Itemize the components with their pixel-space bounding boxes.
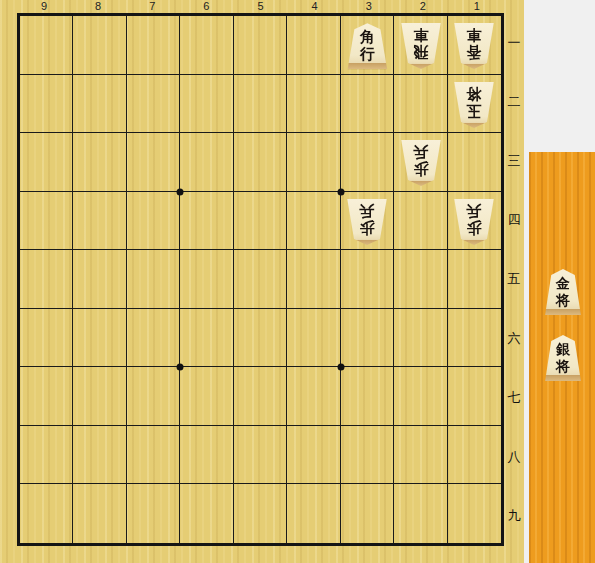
board-square-2九[interactable] [394,484,447,543]
board-square-2二[interactable] [394,75,447,134]
board-square-2四[interactable] [394,192,447,251]
piece-kanji: 玉 将 [467,85,482,119]
piece-kanji: 歩 兵 [413,143,428,177]
board-square-3五[interactable] [341,250,394,309]
board-square-6八[interactable] [180,426,233,485]
board-square-5七[interactable] [234,367,287,426]
board-square-9二[interactable] [20,75,73,134]
board-square-2六[interactable] [394,309,447,368]
board-square-8七[interactable] [73,367,126,426]
board-square-9四[interactable] [20,192,73,251]
board-square-6三[interactable] [180,133,233,192]
piece-kanji: 角 行 [360,29,375,63]
board-square-1七[interactable] [448,367,501,426]
file-label-2: 2 [396,0,450,13]
board-square-1五[interactable] [448,250,501,309]
board-square-7一[interactable] [127,16,180,75]
board-square-1六[interactable] [448,309,501,368]
file-label-7: 7 [125,0,179,13]
sente-hand-piece-銀将[interactable]: 銀 将 [544,335,582,381]
board-square-6一[interactable] [180,16,233,75]
board-square-8四[interactable] [73,192,126,251]
rank-coordinate-labels: 一二三四五六七八九 [504,13,524,546]
board-square-6七[interactable] [180,367,233,426]
board-square-9一[interactable] [20,16,73,75]
board-square-4一[interactable] [287,16,340,75]
board-square-9五[interactable] [20,250,73,309]
board-square-9八[interactable] [20,426,73,485]
rank-label-6: 六 [504,309,524,368]
board-square-6五[interactable] [180,250,233,309]
board-square-3三[interactable] [341,133,394,192]
sente-hand-piece-金将[interactable]: 金 将 [544,269,582,315]
file-label-9: 9 [17,0,71,13]
board-square-6六[interactable] [180,309,233,368]
board-square-4九[interactable] [287,484,340,543]
board-square-8一[interactable] [73,16,126,75]
board-square-3九[interactable] [341,484,394,543]
board-square-8六[interactable] [73,309,126,368]
board-square-9七[interactable] [20,367,73,426]
board-square-3二[interactable] [341,75,394,134]
file-label-3: 3 [342,0,396,13]
star-point [177,188,184,195]
board-square-8二[interactable] [73,75,126,134]
star-point [177,364,184,371]
board-square-2五[interactable] [394,250,447,309]
board-square-7七[interactable] [127,367,180,426]
board-square-5五[interactable] [234,250,287,309]
board-square-6四[interactable] [180,192,233,251]
board-square-4二[interactable] [287,75,340,134]
board-square-7二[interactable] [127,75,180,134]
board-square-8八[interactable] [73,426,126,485]
star-point [337,188,344,195]
sente-piece-stand: 金 将銀 将 [529,152,595,563]
board-square-6二[interactable] [180,75,233,134]
board-square-8三[interactable] [73,133,126,192]
board-square-7五[interactable] [127,250,180,309]
rank-label-8: 八 [504,428,524,487]
file-coordinate-labels: 987654321 [17,0,504,13]
board-square-5一[interactable] [234,16,287,75]
board-square-4三[interactable] [287,133,340,192]
file-label-1: 1 [450,0,504,13]
rank-label-1: 一 [504,13,524,72]
board-square-8九[interactable] [73,484,126,543]
board-square-4五[interactable] [287,250,340,309]
piece-kanji: 歩 兵 [360,202,375,236]
board-square-7六[interactable] [127,309,180,368]
rank-label-5: 五 [504,250,524,309]
shogi-board-grid: 角 行飛 車香 車玉 将歩 兵歩 兵歩 兵 [17,13,504,546]
piece-kanji: 金 将 [556,275,570,309]
rank-label-9: 九 [504,487,524,546]
board-square-3七[interactable] [341,367,394,426]
board-square-5三[interactable] [234,133,287,192]
board-square-9六[interactable] [20,309,73,368]
board-square-5二[interactable] [234,75,287,134]
board-square-7三[interactable] [127,133,180,192]
piece-kanji: 香 車 [467,26,482,60]
piece-kanji: 歩 兵 [467,202,482,236]
board-square-5六[interactable] [234,309,287,368]
board-square-2七[interactable] [394,367,447,426]
board-square-5八[interactable] [234,426,287,485]
file-label-8: 8 [71,0,125,13]
board-square-7八[interactable] [127,426,180,485]
board-square-7四[interactable] [127,192,180,251]
piece-kanji: 銀 将 [556,341,570,375]
file-label-6: 6 [179,0,233,13]
board-square-7九[interactable] [127,484,180,543]
board-square-1九[interactable] [448,484,501,543]
board-square-4七[interactable] [287,367,340,426]
rank-label-2: 二 [504,72,524,131]
board-square-2八[interactable] [394,426,447,485]
board-square-6九[interactable] [180,484,233,543]
board-square-3六[interactable] [341,309,394,368]
board-square-1三[interactable] [448,133,501,192]
file-label-5: 5 [233,0,287,13]
rank-label-3: 三 [504,131,524,190]
piece-kanji: 飛 車 [413,26,428,60]
board-square-9三[interactable] [20,133,73,192]
star-point [337,364,344,371]
board-square-8五[interactable] [73,250,126,309]
rank-label-7: 七 [504,368,524,427]
board-square-5四[interactable] [234,192,287,251]
board-square-9九[interactable] [20,484,73,543]
board-square-3八[interactable] [341,426,394,485]
board-square-4六[interactable] [287,309,340,368]
board-square-5九[interactable] [234,484,287,543]
board-square-1八[interactable] [448,426,501,485]
rank-label-4: 四 [504,191,524,250]
board-square-4四[interactable] [287,192,340,251]
file-label-4: 4 [288,0,342,13]
board-square-4八[interactable] [287,426,340,485]
